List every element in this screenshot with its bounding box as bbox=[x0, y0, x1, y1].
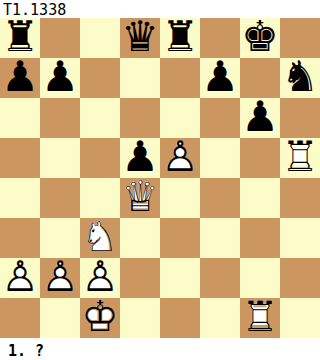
square-d4[interactable]: ♛♕ bbox=[120, 178, 160, 218]
square-a1[interactable] bbox=[0, 298, 40, 338]
square-f3[interactable] bbox=[200, 218, 240, 258]
square-a7[interactable]: ♟ bbox=[0, 58, 40, 98]
piece-white-outline: ♕ bbox=[120, 178, 160, 218]
square-g4[interactable] bbox=[240, 178, 280, 218]
puzzle-window: T1.1338 ♜♛♜♚♟♟♟♞♟♟♟♙♜♖♛♕♞♘♟♙♟♙♟♙♚♔♜♖ 1. … bbox=[0, 0, 320, 360]
piece-black-king[interactable]: ♚ bbox=[240, 18, 280, 58]
square-b6[interactable] bbox=[40, 98, 80, 138]
piece-black-glyph: ♜ bbox=[160, 18, 200, 58]
square-e3[interactable] bbox=[160, 218, 200, 258]
square-e2[interactable] bbox=[160, 258, 200, 298]
piece-white-rook[interactable]: ♜♖ bbox=[280, 138, 320, 178]
square-a6[interactable] bbox=[0, 98, 40, 138]
square-d2[interactable] bbox=[120, 258, 160, 298]
piece-white-queen[interactable]: ♛♕ bbox=[120, 178, 160, 218]
piece-black-pawn[interactable]: ♟ bbox=[240, 98, 280, 138]
piece-black-knight[interactable]: ♞ bbox=[280, 58, 320, 98]
square-b4[interactable] bbox=[40, 178, 80, 218]
square-a5[interactable] bbox=[0, 138, 40, 178]
square-b5[interactable] bbox=[40, 138, 80, 178]
square-d7[interactable] bbox=[120, 58, 160, 98]
square-d1[interactable] bbox=[120, 298, 160, 338]
piece-white-pawn[interactable]: ♟♙ bbox=[0, 258, 40, 298]
piece-black-glyph: ♟ bbox=[200, 58, 240, 98]
piece-black-glyph: ♟ bbox=[240, 98, 280, 138]
square-g6[interactable]: ♟ bbox=[240, 98, 280, 138]
square-e5[interactable]: ♟♙ bbox=[160, 138, 200, 178]
square-f4[interactable] bbox=[200, 178, 240, 218]
square-a4[interactable] bbox=[0, 178, 40, 218]
square-b2[interactable]: ♟♙ bbox=[40, 258, 80, 298]
square-e1[interactable] bbox=[160, 298, 200, 338]
square-c5[interactable] bbox=[80, 138, 120, 178]
piece-white-outline: ♖ bbox=[280, 138, 320, 178]
piece-black-glyph: ♟ bbox=[0, 58, 40, 98]
chess-board: ♜♛♜♚♟♟♟♞♟♟♟♙♜♖♛♕♞♘♟♙♟♙♟♙♚♔♜♖ bbox=[0, 18, 320, 338]
square-g5[interactable] bbox=[240, 138, 280, 178]
square-g1[interactable]: ♜♖ bbox=[240, 298, 280, 338]
piece-white-pawn[interactable]: ♟♙ bbox=[160, 138, 200, 178]
piece-white-outline: ♔ bbox=[80, 298, 120, 338]
square-f6[interactable] bbox=[200, 98, 240, 138]
piece-black-pawn[interactable]: ♟ bbox=[200, 58, 240, 98]
square-d3[interactable] bbox=[120, 218, 160, 258]
square-c8[interactable] bbox=[80, 18, 120, 58]
square-h7[interactable]: ♞ bbox=[280, 58, 320, 98]
piece-white-pawn[interactable]: ♟♙ bbox=[40, 258, 80, 298]
square-b1[interactable] bbox=[40, 298, 80, 338]
piece-black-rook[interactable]: ♜ bbox=[160, 18, 200, 58]
square-f1[interactable] bbox=[200, 298, 240, 338]
square-h1[interactable] bbox=[280, 298, 320, 338]
piece-black-glyph: ♛ bbox=[120, 18, 160, 58]
square-e7[interactable] bbox=[160, 58, 200, 98]
move-prompt: 1. ? bbox=[0, 338, 320, 360]
square-f5[interactable] bbox=[200, 138, 240, 178]
piece-white-king[interactable]: ♚♔ bbox=[80, 298, 120, 338]
square-c6[interactable] bbox=[80, 98, 120, 138]
piece-white-outline: ♙ bbox=[160, 138, 200, 178]
square-e8[interactable]: ♜ bbox=[160, 18, 200, 58]
square-c7[interactable] bbox=[80, 58, 120, 98]
square-h2[interactable] bbox=[280, 258, 320, 298]
piece-white-rook[interactable]: ♜♖ bbox=[240, 298, 280, 338]
square-h3[interactable] bbox=[280, 218, 320, 258]
square-h4[interactable] bbox=[280, 178, 320, 218]
square-f2[interactable] bbox=[200, 258, 240, 298]
square-g3[interactable] bbox=[240, 218, 280, 258]
square-e4[interactable] bbox=[160, 178, 200, 218]
square-f7[interactable]: ♟ bbox=[200, 58, 240, 98]
square-b7[interactable]: ♟ bbox=[40, 58, 80, 98]
piece-black-glyph: ♞ bbox=[280, 58, 320, 98]
piece-white-outline: ♖ bbox=[240, 298, 280, 338]
piece-black-pawn[interactable]: ♟ bbox=[40, 58, 80, 98]
piece-white-outline: ♙ bbox=[0, 258, 40, 298]
square-d8[interactable]: ♛ bbox=[120, 18, 160, 58]
square-a2[interactable]: ♟♙ bbox=[0, 258, 40, 298]
piece-black-glyph: ♟ bbox=[40, 58, 80, 98]
piece-black-queen[interactable]: ♛ bbox=[120, 18, 160, 58]
square-h5[interactable]: ♜♖ bbox=[280, 138, 320, 178]
square-c1[interactable]: ♚♔ bbox=[80, 298, 120, 338]
square-g8[interactable]: ♚ bbox=[240, 18, 280, 58]
piece-black-glyph: ♚ bbox=[240, 18, 280, 58]
piece-white-outline: ♙ bbox=[40, 258, 80, 298]
piece-black-pawn[interactable]: ♟ bbox=[0, 58, 40, 98]
